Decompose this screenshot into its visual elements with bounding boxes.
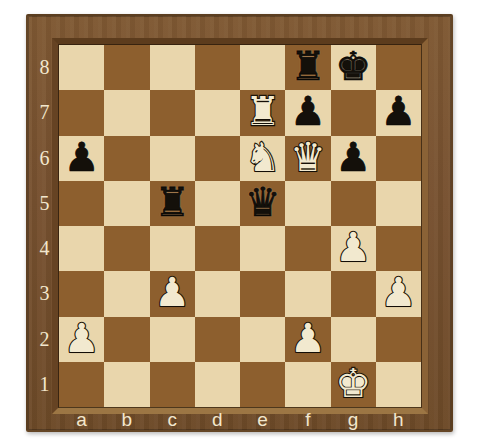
white-queen[interactable]: ♛ [290,136,326,180]
square-h3[interactable]: ♟ [376,271,421,316]
square-g3[interactable] [331,271,376,316]
white-pawn[interactable]: ♟ [154,271,190,315]
rank-label-4: 4 [28,226,59,271]
white-rook[interactable]: ♜ [245,90,281,134]
square-g1[interactable]: ♚ [331,362,376,407]
white-knight[interactable]: ♞ [245,136,281,180]
square-c7[interactable] [150,90,195,135]
square-d3[interactable] [195,271,240,316]
file-label-d: d [195,407,240,433]
square-e4[interactable] [240,226,285,271]
square-f4[interactable] [285,226,330,271]
square-f7[interactable]: ♟ [285,90,330,135]
rank-label-2: 2 [28,317,59,362]
square-d4[interactable] [195,226,240,271]
square-d8[interactable] [195,45,240,90]
rank-label-1: 1 [28,362,59,407]
square-e1[interactable] [240,362,285,407]
square-g8[interactable]: ♚ [331,45,376,90]
square-c2[interactable] [150,317,195,362]
square-e5[interactable]: ♛ [240,181,285,226]
square-a7[interactable] [59,90,104,135]
square-a6[interactable]: ♟ [59,136,104,181]
file-label-h: h [376,407,421,433]
square-g7[interactable] [331,90,376,135]
file-label-c: c [150,407,195,433]
square-a5[interactable] [59,181,104,226]
rank-label-6: 6 [28,136,59,181]
square-h6[interactable] [376,136,421,181]
square-g4[interactable]: ♟ [331,226,376,271]
square-c3[interactable]: ♟ [150,271,195,316]
square-h5[interactable] [376,181,421,226]
square-a2[interactable]: ♟ [59,317,104,362]
black-pawn[interactable]: ♟ [64,136,100,180]
square-b6[interactable] [104,136,149,181]
square-a8[interactable] [59,45,104,90]
square-g2[interactable] [331,317,376,362]
file-label-f: f [285,407,330,433]
black-rook[interactable]: ♜ [154,181,190,225]
square-a4[interactable] [59,226,104,271]
square-b1[interactable] [104,362,149,407]
square-f3[interactable] [285,271,330,316]
white-pawn[interactable]: ♟ [64,317,100,361]
square-e2[interactable] [240,317,285,362]
chess-board: ♜♚♜♟♟♟♞♛♟♜♛♟♟♟♟♟♚ [59,45,421,407]
white-king[interactable]: ♚ [335,362,371,406]
square-b5[interactable] [104,181,149,226]
square-h2[interactable] [376,317,421,362]
black-queen[interactable]: ♛ [245,181,281,225]
square-d7[interactable] [195,90,240,135]
square-c4[interactable] [150,226,195,271]
square-a1[interactable] [59,362,104,407]
rank-label-8: 8 [28,45,59,90]
square-e7[interactable]: ♜ [240,90,285,135]
black-pawn[interactable]: ♟ [335,136,371,180]
black-pawn[interactable]: ♟ [380,90,416,134]
square-e6[interactable]: ♞ [240,136,285,181]
square-c5[interactable]: ♜ [150,181,195,226]
square-a3[interactable] [59,271,104,316]
file-label-g: g [331,407,376,433]
square-c6[interactable] [150,136,195,181]
rank-labels: 87654321 [28,45,59,407]
square-g6[interactable]: ♟ [331,136,376,181]
rank-label-5: 5 [28,181,59,226]
square-e8[interactable] [240,45,285,90]
square-f2[interactable]: ♟ [285,317,330,362]
square-f5[interactable] [285,181,330,226]
square-g5[interactable] [331,181,376,226]
square-c1[interactable] [150,362,195,407]
square-d6[interactable] [195,136,240,181]
file-label-e: e [240,407,285,433]
square-h4[interactable] [376,226,421,271]
square-f1[interactable] [285,362,330,407]
file-label-a: a [59,407,104,433]
square-h8[interactable] [376,45,421,90]
square-c8[interactable] [150,45,195,90]
square-h7[interactable]: ♟ [376,90,421,135]
square-b2[interactable] [104,317,149,362]
page-background: ♜♚♜♟♟♟♞♛♟♜♛♟♟♟♟♟♚ 87654321 abcdefgh [0,0,492,439]
square-d5[interactable] [195,181,240,226]
square-f6[interactable]: ♛ [285,136,330,181]
square-b8[interactable] [104,45,149,90]
square-b3[interactable] [104,271,149,316]
square-b4[interactable] [104,226,149,271]
white-pawn[interactable]: ♟ [380,271,416,315]
square-d1[interactable] [195,362,240,407]
file-label-b: b [104,407,149,433]
white-pawn[interactable]: ♟ [290,317,326,361]
rank-label-7: 7 [28,90,59,135]
square-h1[interactable] [376,362,421,407]
chess-board-frame: ♜♚♜♟♟♟♞♛♟♜♛♟♟♟♟♟♚ 87654321 abcdefgh [26,14,453,432]
rank-label-3: 3 [28,271,59,316]
square-b7[interactable] [104,90,149,135]
square-e3[interactable] [240,271,285,316]
black-pawn[interactable]: ♟ [290,90,326,134]
black-king[interactable]: ♚ [335,45,371,89]
square-d2[interactable] [195,317,240,362]
white-pawn[interactable]: ♟ [335,226,371,270]
black-rook[interactable]: ♜ [290,45,326,89]
file-labels: abcdefgh [59,407,421,433]
square-f8[interactable]: ♜ [285,45,330,90]
